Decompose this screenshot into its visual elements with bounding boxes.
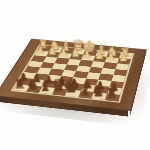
white-queen: ♛ xyxy=(71,39,84,54)
white-king: ♚ xyxy=(82,39,97,55)
square-g8: ♞ xyxy=(91,92,107,100)
white-rook: ♜ xyxy=(120,46,131,58)
square-a5 xyxy=(24,66,39,73)
square-g4 xyxy=(101,68,115,75)
white-bishop: ♝ xyxy=(95,43,107,56)
white-knight: ♞ xyxy=(107,44,118,57)
white-knight: ♞ xyxy=(49,39,60,51)
square-g3 xyxy=(103,62,117,69)
white-rook: ♜ xyxy=(38,39,48,50)
square-g5 xyxy=(98,73,113,80)
photo-background: ♜♞♝♛♚♝♞♜♟♟♟♟♟♟♟♟♟♟♟♟♟♟♟♟♜♞♝♛♚♝♞♜ xyxy=(0,0,150,150)
square-f3 xyxy=(91,61,105,68)
chessboard: ♜♞♝♛♚♝♞♜♟♟♟♟♟♟♟♟♟♟♟♟♟♟♟♟♜♞♝♛♚♝♞♜ xyxy=(0,39,147,111)
white-bishop: ♝ xyxy=(60,39,72,52)
board-squares: ♜♞♝♛♚♝♞♜♟♟♟♟♟♟♟♟♟♟♟♟♟♟♟♟♜♞♝♛♚♝♞♜ xyxy=(13,45,132,101)
